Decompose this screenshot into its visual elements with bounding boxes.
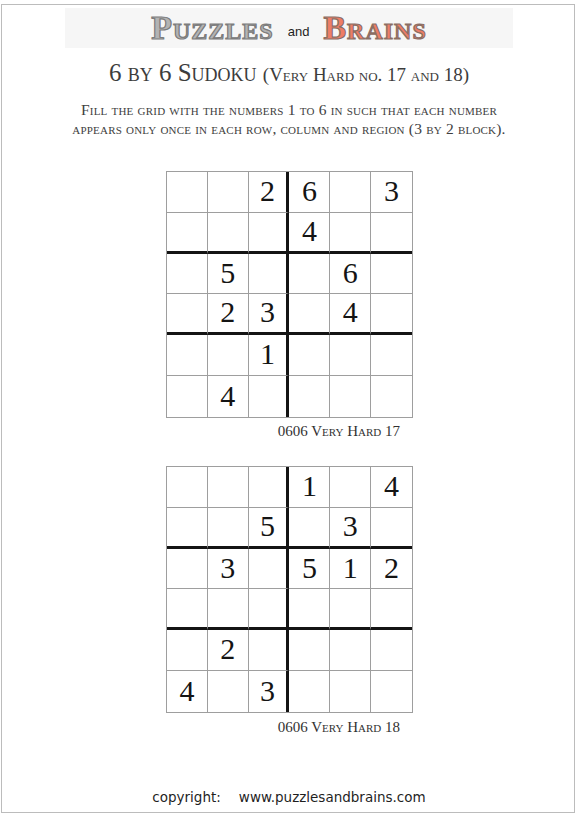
cell-r2c4[interactable]: 4 xyxy=(289,213,330,254)
cell-r6c3[interactable] xyxy=(249,376,290,417)
cell-r6c2[interactable] xyxy=(208,671,249,712)
cell-r6c6[interactable] xyxy=(371,376,412,417)
cell-r1c5[interactable] xyxy=(330,467,371,508)
cell-r4c3[interactable] xyxy=(249,589,290,630)
cell-r3c4[interactable] xyxy=(289,254,330,295)
cell-r5c2[interactable]: 2 xyxy=(208,630,249,671)
cell-r4c1[interactable] xyxy=(167,589,208,630)
cell-r6c3[interactable]: 3 xyxy=(249,671,290,712)
cell-r4c2[interactable] xyxy=(208,589,249,630)
cell-r4c1[interactable] xyxy=(167,294,208,335)
cell-r1c2[interactable] xyxy=(208,467,249,508)
cell-r1c5[interactable] xyxy=(330,172,371,213)
cell-r5c5[interactable] xyxy=(330,630,371,671)
copyright-url: www.puzzlesandbrains.com xyxy=(239,789,426,805)
cell-r6c6[interactable] xyxy=(371,671,412,712)
cell-r5c3[interactable] xyxy=(249,630,290,671)
logo-word-and: and xyxy=(288,24,310,39)
cell-r4c5[interactable]: 4 xyxy=(330,294,371,335)
logo-word-puzzles: Puzzles xyxy=(151,11,273,45)
cell-r4c6[interactable] xyxy=(371,589,412,630)
cell-r5c6[interactable] xyxy=(371,630,412,671)
cell-r1c1[interactable] xyxy=(167,467,208,508)
cell-r5c4[interactable] xyxy=(289,335,330,376)
cell-r2c4[interactable] xyxy=(289,508,330,549)
cell-r3c6[interactable] xyxy=(371,254,412,295)
cell-r6c4[interactable] xyxy=(289,671,330,712)
copyright-label: copyright: xyxy=(152,789,221,805)
cell-r3c5[interactable]: 6 xyxy=(330,254,371,295)
cell-r5c1[interactable] xyxy=(167,335,208,376)
cell-r5c2[interactable] xyxy=(208,335,249,376)
cell-r2c5[interactable]: 3 xyxy=(330,508,371,549)
cell-r4c6[interactable] xyxy=(371,294,412,335)
logo-banner: Puzzles and Brains xyxy=(65,8,513,48)
cell-r6c1[interactable]: 4 xyxy=(167,671,208,712)
cell-r2c1[interactable] xyxy=(167,213,208,254)
logo-word-brains: Brains xyxy=(323,11,426,45)
cell-r5c1[interactable] xyxy=(167,630,208,671)
sudoku-grid-18: 14533512243 xyxy=(166,466,413,713)
instructions-line2: appears only once in each row, column an… xyxy=(72,120,505,137)
cell-r2c5[interactable] xyxy=(330,213,371,254)
cell-r5c3[interactable]: 1 xyxy=(249,335,290,376)
cell-r2c3[interactable]: 5 xyxy=(249,508,290,549)
cell-r4c2[interactable]: 2 xyxy=(208,294,249,335)
cell-r3c6[interactable]: 2 xyxy=(371,549,412,590)
cell-r1c4[interactable]: 6 xyxy=(289,172,330,213)
cell-r3c1[interactable] xyxy=(167,254,208,295)
cell-r2c3[interactable] xyxy=(249,213,290,254)
cell-r6c5[interactable] xyxy=(330,376,371,417)
cell-r3c2[interactable]: 3 xyxy=(208,549,249,590)
cell-r6c1[interactable] xyxy=(167,376,208,417)
page-title: 6 by 6 Sudoku (Very Hard no. 17 and 18) xyxy=(0,58,578,90)
cell-r1c6[interactable]: 4 xyxy=(371,467,412,508)
cell-r1c4[interactable]: 1 xyxy=(289,467,330,508)
cell-r4c4[interactable] xyxy=(289,589,330,630)
cell-r1c3[interactable] xyxy=(249,467,290,508)
cell-r5c4[interactable] xyxy=(289,630,330,671)
cell-r4c4[interactable] xyxy=(289,294,330,335)
caption-puzzle-17: 0606 Very Hard 17 xyxy=(166,423,413,440)
cell-r3c2[interactable]: 5 xyxy=(208,254,249,295)
cell-r6c2[interactable]: 4 xyxy=(208,376,249,417)
sudoku-grid-17: 26345623414 xyxy=(166,171,413,418)
cell-r6c5[interactable] xyxy=(330,671,371,712)
cell-r3c3[interactable] xyxy=(249,254,290,295)
cell-r2c6[interactable] xyxy=(371,213,412,254)
cell-r5c6[interactable] xyxy=(371,335,412,376)
cell-r3c3[interactable] xyxy=(249,549,290,590)
cell-r3c1[interactable] xyxy=(167,549,208,590)
cell-r1c2[interactable] xyxy=(208,172,249,213)
cell-r2c2[interactable] xyxy=(208,213,249,254)
instructions: Fill the grid with the numbers 1 to 6 in… xyxy=(0,100,578,138)
cell-r4c5[interactable] xyxy=(330,589,371,630)
cell-r3c5[interactable]: 1 xyxy=(330,549,371,590)
cell-r2c6[interactable] xyxy=(371,508,412,549)
cell-r3c4[interactable]: 5 xyxy=(289,549,330,590)
cell-r1c3[interactable]: 2 xyxy=(249,172,290,213)
cell-r2c1[interactable] xyxy=(167,508,208,549)
copyright-footer: copyright:www.puzzlesandbrains.com xyxy=(0,789,578,805)
cell-r1c1[interactable] xyxy=(167,172,208,213)
title-sub: (Very Hard no. 17 and 18) xyxy=(263,64,469,85)
cell-r5c5[interactable] xyxy=(330,335,371,376)
cell-r1c6[interactable]: 3 xyxy=(371,172,412,213)
caption-puzzle-18: 0606 Very Hard 18 xyxy=(166,719,413,736)
cell-r4c3[interactable]: 3 xyxy=(249,294,290,335)
instructions-line1: Fill the grid with the numbers 1 to 6 in… xyxy=(81,101,497,118)
cell-r6c4[interactable] xyxy=(289,376,330,417)
cell-r2c2[interactable] xyxy=(208,508,249,549)
title-main: 6 by 6 Sudoku xyxy=(109,59,257,86)
